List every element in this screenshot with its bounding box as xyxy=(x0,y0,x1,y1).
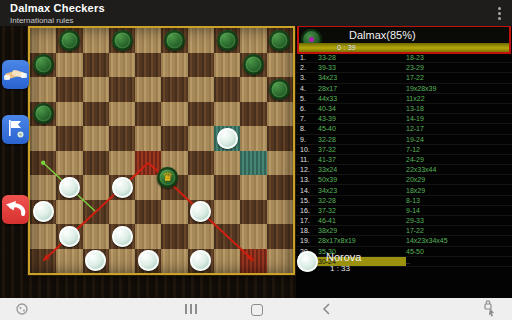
square-light xyxy=(135,224,161,249)
board-frame: ♛ xyxy=(28,26,295,275)
square-light xyxy=(240,224,266,249)
square-light xyxy=(56,200,82,225)
move-number: 5. xyxy=(296,95,318,102)
square-light xyxy=(56,151,82,176)
square-light xyxy=(83,28,109,53)
square-light xyxy=(240,28,266,53)
square-50[interactable] xyxy=(240,249,266,274)
square-24[interactable] xyxy=(214,126,240,151)
square-2[interactable] xyxy=(109,28,135,53)
move-number: 17. xyxy=(296,217,318,224)
move-number: 9. xyxy=(296,136,318,143)
home-button-icon[interactable] xyxy=(250,298,264,320)
move-white: 45-40 xyxy=(318,125,406,132)
move-row[interactable]: 18.38x2917-22 xyxy=(296,226,512,236)
move-black: 17-22 xyxy=(406,74,512,81)
move-white: 33-28 xyxy=(318,54,406,61)
app-screen: Dalmax Checkers International rules xyxy=(0,0,512,320)
recents-button-icon[interactable] xyxy=(183,298,201,320)
black-man-piece[interactable] xyxy=(243,54,264,75)
square-light xyxy=(267,200,293,225)
move-black: 14-19 xyxy=(406,115,512,122)
app-title: Dalmax Checkers xyxy=(10,2,105,14)
square-light xyxy=(188,175,214,200)
square-light xyxy=(109,151,135,176)
move-black: 17-22 xyxy=(406,227,512,234)
square-29[interactable] xyxy=(188,151,214,176)
square-46[interactable] xyxy=(30,249,56,274)
square-18[interactable] xyxy=(135,102,161,127)
black-man-piece[interactable] xyxy=(59,30,80,51)
move-row[interactable]: 8.45-4012-17 xyxy=(296,124,512,134)
undo-button[interactable] xyxy=(2,195,29,224)
move-number: 18. xyxy=(296,227,318,234)
black-man-piece[interactable] xyxy=(33,54,54,75)
square-49[interactable] xyxy=(188,249,214,274)
square-light xyxy=(214,151,240,176)
square-light xyxy=(30,175,56,200)
assist-circle-icon[interactable] xyxy=(14,298,30,320)
move-number: 19. xyxy=(296,237,318,244)
move-number: 4. xyxy=(296,85,318,92)
move-row[interactable]: 13.50x3920x29 xyxy=(296,175,512,185)
move-row[interactable]: 3.34x2317-22 xyxy=(296,73,512,83)
white-man-piece[interactable] xyxy=(190,250,211,271)
move-number: 16. xyxy=(296,207,318,214)
move-black: 9-14 xyxy=(406,207,512,214)
square-light xyxy=(109,249,135,274)
square-light xyxy=(30,28,56,53)
move-row[interactable]: 10.37-327-12 xyxy=(296,145,512,155)
black-man-piece[interactable] xyxy=(164,30,185,51)
square-3[interactable] xyxy=(161,28,187,53)
move-white: 38x29 xyxy=(318,227,406,234)
square-15[interactable] xyxy=(267,77,293,102)
square-9[interactable] xyxy=(188,53,214,78)
square-47[interactable] xyxy=(83,249,109,274)
square-light xyxy=(188,28,214,53)
move-black: 24-29 xyxy=(406,156,512,163)
move-list[interactable]: 1.33-2818-232.39-3323-293.34x2317-224.28… xyxy=(296,53,512,267)
square-light xyxy=(135,28,161,53)
white-man-piece[interactable] xyxy=(190,201,211,222)
move-row[interactable]: 14.34x2318x29 xyxy=(296,185,512,195)
square-10[interactable] xyxy=(240,53,266,78)
move-row[interactable]: 5.44x3311x22 xyxy=(296,94,512,104)
square-30[interactable] xyxy=(240,151,266,176)
square-light xyxy=(267,151,293,176)
move-row[interactable]: 6.40-3413-18 xyxy=(296,104,512,114)
square-light xyxy=(188,77,214,102)
square-light xyxy=(214,200,240,225)
move-number: 2. xyxy=(296,64,318,71)
move-number: 13. xyxy=(296,176,318,183)
move-white: 34x23 xyxy=(318,187,406,194)
square-light xyxy=(161,249,187,274)
player-bottom-clock: 1 : 33 xyxy=(330,264,350,273)
move-black: 23-29 xyxy=(406,64,512,71)
square-light xyxy=(109,200,135,225)
android-nav-bar xyxy=(0,298,512,320)
white-man-piece[interactable] xyxy=(85,250,106,271)
move-white: 32-28 xyxy=(318,197,406,204)
move-number: 8. xyxy=(296,125,318,132)
square-light xyxy=(83,126,109,151)
move-black: 20x29 xyxy=(406,176,512,183)
square-45[interactable] xyxy=(267,224,293,249)
square-light xyxy=(30,77,56,102)
player-top-name: Dalmax(85%) xyxy=(349,29,416,41)
square-25[interactable] xyxy=(267,126,293,151)
black-man-piece[interactable] xyxy=(33,103,54,124)
square-light xyxy=(188,224,214,249)
black-man-piece[interactable] xyxy=(217,30,238,51)
black-king-piece[interactable]: ♛ xyxy=(157,167,178,188)
move-white: 28x17x8x19 xyxy=(318,237,406,244)
move-black: 45-50 xyxy=(406,248,512,255)
white-man-piece[interactable] xyxy=(138,250,159,271)
square-light xyxy=(188,126,214,151)
resign-button[interactable] xyxy=(2,115,29,144)
square-14[interactable] xyxy=(214,77,240,102)
move-white: 39-33 xyxy=(318,64,406,71)
square-39[interactable] xyxy=(188,200,214,225)
move-row[interactable]: 1.33-2818-23 xyxy=(296,53,512,63)
square-23[interactable] xyxy=(161,126,187,151)
move-row[interactable]: 16.37-329-14 xyxy=(296,206,512,216)
square-37[interactable] xyxy=(83,200,109,225)
square-42[interactable] xyxy=(109,224,135,249)
move-number: 15. xyxy=(296,197,318,204)
move-white: 32-28 xyxy=(318,136,406,143)
square-light xyxy=(56,102,82,127)
white-man-piece[interactable] xyxy=(59,226,80,247)
move-number: 11. xyxy=(296,156,318,163)
square-light xyxy=(109,102,135,127)
top-bar: Dalmax Checkers International rules xyxy=(0,0,512,26)
move-row[interactable]: 4.28x1719x28x39 xyxy=(296,84,512,94)
white-piece-icon xyxy=(297,251,318,272)
black-man-piece[interactable] xyxy=(269,79,290,100)
move-black: 19x28x39 xyxy=(406,85,512,92)
black-man-piece[interactable] xyxy=(112,30,133,51)
kebab-menu-icon[interactable] xyxy=(498,5,502,21)
square-41[interactable] xyxy=(56,224,82,249)
square-light xyxy=(83,77,109,102)
move-white: 34x23 xyxy=(318,74,406,81)
square-light xyxy=(240,175,266,200)
square-light xyxy=(214,249,240,274)
square-6[interactable] xyxy=(30,53,56,78)
square-12[interactable] xyxy=(109,77,135,102)
square-26[interactable] xyxy=(30,151,56,176)
back-button-icon[interactable] xyxy=(320,298,334,320)
square-34[interactable] xyxy=(214,175,240,200)
square-light xyxy=(30,126,56,151)
move-white: 40-34 xyxy=(318,105,406,112)
move-white: 28x17 xyxy=(318,85,406,92)
player-bottom-name: Norova xyxy=(326,251,361,263)
square-21[interactable] xyxy=(56,126,82,151)
white-man-piece[interactable] xyxy=(33,201,54,222)
move-white: 43-39 xyxy=(318,115,406,122)
square-1[interactable] xyxy=(56,28,82,53)
black-man-piece[interactable] xyxy=(269,30,290,51)
move-black: 19-24 xyxy=(406,136,512,143)
square-33[interactable]: ♛ xyxy=(161,175,187,200)
square-light xyxy=(83,224,109,249)
move-white: 33x24 xyxy=(318,166,406,173)
player-top-timer-bar: 0 : 39 xyxy=(299,43,509,52)
move-panel: Dalmax(85%) 0 : 39 1.33-2818-232.39-3323… xyxy=(296,24,512,298)
app-subtitle: International rules xyxy=(10,16,74,25)
square-light xyxy=(56,53,82,78)
square-light xyxy=(267,53,293,78)
move-number: 10. xyxy=(296,146,318,153)
white-man-piece[interactable] xyxy=(217,128,238,149)
white-man-piece[interactable] xyxy=(112,226,133,247)
board: ♛ xyxy=(30,28,293,273)
move-row[interactable]: 15.32-288-13 xyxy=(296,196,512,206)
king-crown-icon: ♛ xyxy=(157,168,178,187)
square-light xyxy=(161,200,187,225)
square-4[interactable] xyxy=(214,28,240,53)
move-black: 29-33 xyxy=(406,217,512,224)
square-5[interactable] xyxy=(267,28,293,53)
square-11[interactable] xyxy=(56,77,82,102)
move-black: 8-13 xyxy=(406,197,512,204)
square-light xyxy=(161,53,187,78)
square-32[interactable] xyxy=(109,175,135,200)
white-man-piece[interactable] xyxy=(112,177,133,198)
draw-offer-button[interactable] xyxy=(2,60,29,89)
square-43[interactable] xyxy=(161,224,187,249)
move-black: 7-12 xyxy=(406,146,512,153)
move-black: 13-18 xyxy=(406,105,512,112)
square-36[interactable] xyxy=(30,200,56,225)
square-light xyxy=(109,53,135,78)
square-27[interactable] xyxy=(83,151,109,176)
square-light xyxy=(56,249,82,274)
move-row[interactable]: 17.46-4129-33 xyxy=(296,216,512,226)
square-16[interactable] xyxy=(30,102,56,127)
move-number: 1. xyxy=(296,54,318,61)
square-44[interactable] xyxy=(214,224,240,249)
move-black: 11x22 xyxy=(406,95,512,102)
move-white: 46-41 xyxy=(318,217,406,224)
active-player-box: Dalmax(85%) 0 : 39 xyxy=(297,25,511,54)
move-number: 7. xyxy=(296,115,318,122)
move-row[interactable]: 2.39-3323-29 xyxy=(296,63,512,73)
square-light xyxy=(214,53,240,78)
move-black: 18-23 xyxy=(406,54,512,61)
move-white: 37-32 xyxy=(318,146,406,153)
square-31[interactable] xyxy=(56,175,82,200)
square-light xyxy=(214,102,240,127)
move-row[interactable]: 9.32-2819-24 xyxy=(296,135,512,145)
square-light xyxy=(267,102,293,127)
square-19[interactable] xyxy=(188,102,214,127)
square-light xyxy=(135,77,161,102)
move-row[interactable]: 11.41-3724-29 xyxy=(296,155,512,165)
move-number: 3. xyxy=(296,74,318,81)
square-20[interactable] xyxy=(240,102,266,127)
square-light xyxy=(267,249,293,274)
move-row[interactable]: 19.28x17x8x1914x23x34x45 xyxy=(296,236,512,246)
move-white: 37-32 xyxy=(318,207,406,214)
move-black: 18x29 xyxy=(406,187,512,194)
move-number: 6. xyxy=(296,105,318,112)
move-black: 14x23x34x45 xyxy=(406,237,512,244)
move-black: .. xyxy=(406,258,512,265)
square-40[interactable] xyxy=(240,200,266,225)
touch-lock-icon[interactable] xyxy=(480,298,500,320)
move-number: 12. xyxy=(296,166,318,173)
square-17[interactable] xyxy=(83,102,109,127)
move-white: 41-37 xyxy=(318,156,406,163)
move-black: 22x33x44 xyxy=(406,166,512,173)
move-black: 12-17 xyxy=(406,125,512,132)
square-8[interactable] xyxy=(135,53,161,78)
move-white: 50x39 xyxy=(318,176,406,183)
move-row[interactable]: 12.33x2422x33x44 xyxy=(296,165,512,175)
square-light xyxy=(240,77,266,102)
square-light xyxy=(83,175,109,200)
square-light xyxy=(161,102,187,127)
square-7[interactable] xyxy=(83,53,109,78)
square-13[interactable] xyxy=(161,77,187,102)
move-row[interactable]: 7.43-3914-19 xyxy=(296,114,512,124)
square-22[interactable] xyxy=(109,126,135,151)
square-48[interactable] xyxy=(135,249,161,274)
square-light xyxy=(30,224,56,249)
move-white: 44x33 xyxy=(318,95,406,102)
square-light xyxy=(240,126,266,151)
square-35[interactable] xyxy=(267,175,293,200)
square-light xyxy=(135,126,161,151)
player-top-clock: 0 : 39 xyxy=(337,43,356,52)
move-number: 14. xyxy=(296,187,318,194)
white-man-piece[interactable] xyxy=(59,177,80,198)
square-38[interactable] xyxy=(135,200,161,225)
